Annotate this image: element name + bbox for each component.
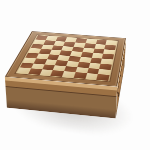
square xyxy=(20,62,34,68)
chess-case xyxy=(5,31,126,86)
square xyxy=(62,71,75,78)
square xyxy=(68,56,81,62)
square xyxy=(101,59,113,65)
product-photo-chess-case xyxy=(0,0,150,150)
square xyxy=(42,64,55,70)
square xyxy=(90,58,102,64)
square xyxy=(31,63,44,69)
square xyxy=(73,72,86,79)
square xyxy=(33,58,46,64)
square xyxy=(102,54,114,60)
square xyxy=(23,57,36,63)
square xyxy=(55,60,68,66)
square xyxy=(97,74,110,81)
case-lid-top-face xyxy=(5,31,126,86)
square xyxy=(91,53,103,59)
square xyxy=(79,57,91,63)
square xyxy=(17,68,31,74)
square xyxy=(99,64,111,70)
square xyxy=(75,67,88,73)
square xyxy=(36,53,49,59)
square xyxy=(57,55,70,61)
square xyxy=(28,68,42,74)
square xyxy=(53,65,66,71)
square xyxy=(47,54,60,60)
square xyxy=(88,63,101,69)
square xyxy=(39,69,53,75)
square xyxy=(85,73,98,80)
square xyxy=(51,70,65,76)
square xyxy=(44,59,57,65)
square xyxy=(77,62,90,68)
drawer-knob-icon xyxy=(118,90,119,100)
square xyxy=(64,66,77,72)
square xyxy=(98,69,111,75)
perspective-stage xyxy=(18,4,122,108)
board-grid xyxy=(16,35,118,82)
square xyxy=(87,68,100,74)
square xyxy=(66,61,79,67)
